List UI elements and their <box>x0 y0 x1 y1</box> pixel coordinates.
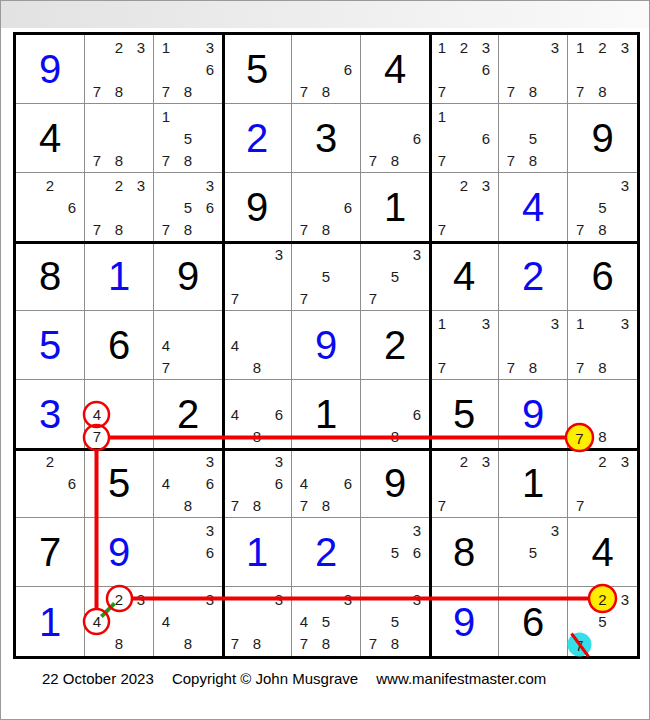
candidate-empty <box>522 519 544 541</box>
candidate-empty <box>522 105 544 127</box>
cell-r8c1[interactable]: 7 <box>16 518 85 587</box>
candidate-8: 8 <box>315 80 337 102</box>
candidate-empty <box>337 610 359 632</box>
candidate-empty <box>337 36 359 58</box>
candidate-empty <box>177 541 199 563</box>
pencil-marks: 3578 <box>362 588 428 655</box>
candidate-3: 3 <box>268 588 290 610</box>
pencil-marks: 678 <box>362 105 428 171</box>
candidate-empty <box>246 265 268 287</box>
solved-digit: 9 <box>315 325 337 365</box>
given-digit: 8 <box>39 256 61 296</box>
cell-r3c3[interactable]: 35678 <box>154 173 223 242</box>
cell-r6c4[interactable]: 468 <box>223 380 292 449</box>
cell-r2c9[interactable]: 9 <box>568 104 637 173</box>
pencil-marks: 12367 <box>431 36 497 102</box>
candidate-empty <box>199 127 221 149</box>
candidate-empty <box>199 563 221 585</box>
candidate-empty <box>86 196 108 218</box>
candidate-3: 3 <box>475 36 497 58</box>
candidate-8: 8 <box>108 80 130 102</box>
candidate-empty <box>406 633 428 655</box>
candidate-empty <box>362 381 384 403</box>
candidate-empty <box>362 541 384 563</box>
solved-digit: 3 <box>39 394 61 434</box>
candidate-5: 5 <box>384 610 406 632</box>
candidate-empty <box>614 610 636 632</box>
cell-r9c5[interactable]: 34578 <box>292 587 361 656</box>
cell-r4c2[interactable]: 1 <box>85 242 154 311</box>
cell-r1c4[interactable]: 5 <box>223 35 292 104</box>
candidate-5: 5 <box>177 127 199 149</box>
candidate-empty <box>108 105 130 127</box>
cell-r6c1[interactable]: 3 <box>16 380 85 449</box>
candidate-empty <box>544 127 566 149</box>
candidate-8: 8 <box>591 425 613 447</box>
pencil-marks: 237 <box>431 174 497 240</box>
pencil-marks: 348 <box>155 588 221 655</box>
candidate-empty <box>246 472 268 494</box>
cell-r5c6[interactable]: 2 <box>361 311 430 380</box>
cell-r2c2[interactable]: 78 <box>85 104 154 173</box>
pencil-marks: 4678 <box>293 450 359 516</box>
candidate-empty <box>86 58 108 80</box>
candidate-8: 8 <box>522 80 544 102</box>
candidate-empty <box>108 58 130 80</box>
candidate-empty <box>268 312 290 334</box>
candidate-empty <box>475 149 497 171</box>
candidate-empty <box>39 472 61 494</box>
candidate-3: 3 <box>130 36 152 58</box>
cell-r9c4[interactable]: 378 <box>223 587 292 656</box>
pencil-marks: 3468 <box>155 450 221 516</box>
candidate-3: 3 <box>268 450 290 472</box>
candidate-5: 5 <box>177 196 199 218</box>
cell-r8c8[interactable]: 35 <box>499 518 568 587</box>
cell-r8c6[interactable]: 356 <box>361 518 430 587</box>
candidate-6: 6 <box>337 58 359 80</box>
candidate-empty <box>569 196 591 218</box>
candidate-6: 6 <box>337 196 359 218</box>
cell-r4c5[interactable]: 57 <box>292 242 361 311</box>
candidate-empty <box>406 425 428 447</box>
candidate-3: 3 <box>544 312 566 334</box>
given-digit: 6 <box>591 256 613 296</box>
candidate-7: 7 <box>569 80 591 102</box>
cell-r6c8[interactable]: 9 <box>499 380 568 449</box>
cell-r5c4[interactable]: 48 <box>223 311 292 380</box>
candidate-empty <box>337 494 359 516</box>
cell-r1c8[interactable]: 378 <box>499 35 568 104</box>
candidate-4: 4 <box>293 610 315 632</box>
candidate-empty <box>614 403 636 425</box>
cell-r1c9[interactable]: 12378 <box>568 35 637 104</box>
candidate-7: 7 <box>224 287 246 309</box>
candidate-7: 7 <box>569 425 591 447</box>
candidate-empty <box>61 218 83 240</box>
candidate-empty <box>315 287 337 309</box>
cell-r9c7[interactable]: 9 <box>430 587 499 656</box>
candidate-empty <box>130 425 152 447</box>
candidate-5: 5 <box>591 610 613 632</box>
candidate-empty <box>199 312 221 334</box>
candidate-8: 8 <box>384 633 406 655</box>
given-digit: 5 <box>246 49 268 89</box>
candidate-8: 8 <box>246 356 268 378</box>
cell-r5c7[interactable]: 137 <box>430 311 499 380</box>
candidate-6: 6 <box>61 472 83 494</box>
candidate-6: 6 <box>406 403 428 425</box>
candidate-empty <box>293 450 315 472</box>
cell-r2c1[interactable]: 4 <box>16 104 85 173</box>
candidate-2: 2 <box>39 174 61 196</box>
cell-r3c6[interactable]: 1 <box>361 173 430 242</box>
pencil-marks: 47 <box>155 312 221 378</box>
cell-r4c7[interactable]: 4 <box>430 242 499 311</box>
given-digit: 2 <box>384 325 406 365</box>
candidate-empty <box>315 196 337 218</box>
candidate-7: 7 <box>569 356 591 378</box>
candidate-empty <box>199 218 221 240</box>
candidate-empty <box>246 287 268 309</box>
candidate-empty <box>453 312 475 334</box>
cell-r4c1[interactable]: 8 <box>16 242 85 311</box>
candidate-empty <box>224 588 246 610</box>
cell-r1c3[interactable]: 13678 <box>154 35 223 104</box>
cell-r4c9[interactable]: 6 <box>568 242 637 311</box>
candidate-empty <box>591 312 613 334</box>
candidate-empty <box>268 287 290 309</box>
candidate-empty <box>268 265 290 287</box>
candidate-6: 6 <box>337 472 359 494</box>
candidate-empty <box>500 36 522 58</box>
candidate-4: 4 <box>224 334 246 356</box>
footer-date: 22 October 2023 <box>42 670 154 687</box>
candidate-empty <box>86 127 108 149</box>
cell-r3c1[interactable]: 26 <box>16 173 85 242</box>
candidate-empty <box>453 218 475 240</box>
pencil-marks: 13678 <box>155 36 221 102</box>
pencil-marks: 356 <box>362 519 428 585</box>
candidate-empty <box>569 450 591 472</box>
cell-r4c3[interactable]: 9 <box>154 242 223 311</box>
given-digit: 7 <box>39 532 61 572</box>
cell-r5c5[interactable]: 9 <box>292 311 361 380</box>
cell-r2c7[interactable]: 167 <box>430 104 499 173</box>
candidate-empty <box>475 472 497 494</box>
cell-r4c6[interactable]: 357 <box>361 242 430 311</box>
cell-r3c8[interactable]: 4 <box>499 173 568 242</box>
candidate-3: 3 <box>614 588 636 610</box>
pencil-marks: 137 <box>431 312 497 378</box>
candidate-3: 3 <box>475 174 497 196</box>
solved-digit: 9 <box>108 532 130 572</box>
candidate-empty <box>61 174 83 196</box>
candidate-empty <box>108 196 130 218</box>
cell-r9c9[interactable]: 2357 <box>568 587 637 656</box>
cell-r1c2[interactable]: 2378 <box>85 35 154 104</box>
candidate-empty <box>362 588 384 610</box>
candidate-empty <box>500 519 522 541</box>
candidate-3: 3 <box>199 174 221 196</box>
candidate-3: 3 <box>614 36 636 58</box>
candidate-empty <box>591 472 613 494</box>
given-digit: 1 <box>384 187 406 227</box>
given-digit: 4 <box>591 532 613 572</box>
candidate-empty <box>246 312 268 334</box>
footer: 22 October 2023 Copyright © John Musgrav… <box>42 670 560 687</box>
candidate-empty <box>268 334 290 356</box>
cell-r9c1[interactable]: 1 <box>16 587 85 656</box>
cell-r3c5[interactable]: 678 <box>292 173 361 242</box>
candidate-empty <box>17 218 39 240</box>
candidate-empty <box>406 287 428 309</box>
given-digit: 9 <box>384 463 406 503</box>
candidate-empty <box>614 58 636 80</box>
candidate-2: 2 <box>453 174 475 196</box>
candidate-empty <box>453 494 475 516</box>
cell-r7c5[interactable]: 4678 <box>292 449 361 518</box>
cell-r7c2[interactable]: 5 <box>85 449 154 518</box>
candidate-empty <box>614 196 636 218</box>
candidate-8: 8 <box>177 494 199 516</box>
candidate-empty <box>224 243 246 265</box>
cell-r3c2[interactable]: 2378 <box>85 173 154 242</box>
cell-r8c4[interactable]: 1 <box>223 518 292 587</box>
cell-r5c2[interactable]: 6 <box>85 311 154 380</box>
cell-r3c7[interactable]: 237 <box>430 173 499 242</box>
cell-r4c8[interactable]: 2 <box>499 242 568 311</box>
candidate-empty <box>453 196 475 218</box>
cell-r8c2[interactable]: 9 <box>85 518 154 587</box>
cell-r3c9[interactable]: 3578 <box>568 173 637 242</box>
candidate-2: 2 <box>591 450 613 472</box>
candidate-empty <box>155 174 177 196</box>
given-digit: 3 <box>315 118 337 158</box>
cell-r6c5[interactable]: 1 <box>292 380 361 449</box>
candidate-8: 8 <box>177 80 199 102</box>
given-digit: 2 <box>177 394 199 434</box>
candidate-empty <box>130 610 152 632</box>
candidate-empty <box>268 633 290 655</box>
candidate-empty <box>199 610 221 632</box>
footer-website[interactable]: www.manifestmaster.com <box>376 670 546 687</box>
candidate-empty <box>268 381 290 403</box>
candidate-empty <box>39 494 61 516</box>
candidate-empty <box>384 519 406 541</box>
cell-r6c9[interactable]: 78 <box>568 380 637 449</box>
candidate-6: 6 <box>199 58 221 80</box>
candidate-6: 6 <box>61 196 83 218</box>
candidate-4: 4 <box>155 334 177 356</box>
candidate-empty <box>475 494 497 516</box>
candidate-empty <box>475 196 497 218</box>
candidate-1: 1 <box>431 312 453 334</box>
candidate-empty <box>362 105 384 127</box>
candidate-empty <box>86 105 108 127</box>
candidate-8: 8 <box>177 218 199 240</box>
cell-r6c7[interactable]: 5 <box>430 380 499 449</box>
cell-r1c5[interactable]: 678 <box>292 35 361 104</box>
candidate-empty <box>337 450 359 472</box>
cell-r5c8[interactable]: 378 <box>499 311 568 380</box>
candidate-empty <box>155 541 177 563</box>
cell-r7c6[interactable]: 9 <box>361 449 430 518</box>
candidate-empty <box>177 610 199 632</box>
candidate-8: 8 <box>315 633 337 655</box>
cell-r8c3[interactable]: 36 <box>154 518 223 587</box>
candidate-3: 3 <box>475 450 497 472</box>
candidate-3: 3 <box>406 588 428 610</box>
pencil-marks: 378 <box>500 36 566 102</box>
candidate-empty <box>246 381 268 403</box>
cell-r7c4[interactable]: 3678 <box>223 449 292 518</box>
pencil-marks: 378 <box>500 312 566 378</box>
candidate-6: 6 <box>199 472 221 494</box>
candidate-empty <box>569 588 591 610</box>
candidate-1: 1 <box>569 36 591 58</box>
candidate-7: 7 <box>86 218 108 240</box>
candidate-1: 1 <box>569 312 591 334</box>
cell-r9c2[interactable]: 2348 <box>85 587 154 656</box>
cell-r2c6[interactable]: 678 <box>361 104 430 173</box>
solved-digit: 1 <box>39 602 61 642</box>
candidate-empty <box>431 450 453 472</box>
candidate-empty <box>224 472 246 494</box>
candidate-7: 7 <box>500 149 522 171</box>
candidate-empty <box>544 541 566 563</box>
candidate-empty <box>569 472 591 494</box>
candidate-empty <box>384 105 406 127</box>
candidate-empty <box>475 334 497 356</box>
pencil-marks: 2348 <box>86 588 152 655</box>
pencil-marks: 167 <box>431 105 497 171</box>
candidate-empty <box>431 58 453 80</box>
pencil-marks: 1578 <box>155 105 221 171</box>
candidate-empty <box>155 494 177 516</box>
cell-r8c7[interactable]: 8 <box>430 518 499 587</box>
pencil-marks: 12378 <box>569 36 636 102</box>
candidate-empty <box>293 265 315 287</box>
given-digit: 9 <box>591 118 613 158</box>
candidate-5: 5 <box>384 541 406 563</box>
candidate-empty <box>614 494 636 516</box>
candidate-empty <box>86 381 108 403</box>
candidate-4: 4 <box>155 472 177 494</box>
candidate-empty <box>268 494 290 516</box>
candidate-empty <box>130 105 152 127</box>
candidate-6: 6 <box>475 127 497 149</box>
cell-r4c4[interactable]: 37 <box>223 242 292 311</box>
candidate-empty <box>199 334 221 356</box>
candidate-empty <box>591 334 613 356</box>
candidate-empty <box>544 149 566 171</box>
candidate-empty <box>130 218 152 240</box>
cell-r7c8[interactable]: 1 <box>499 449 568 518</box>
cell-r7c1[interactable]: 26 <box>16 449 85 518</box>
cell-r6c6[interactable]: 68 <box>361 380 430 449</box>
cell-r9c6[interactable]: 3578 <box>361 587 430 656</box>
candidate-empty <box>177 472 199 494</box>
candidate-empty <box>384 127 406 149</box>
candidate-empty <box>406 381 428 403</box>
solved-digit: 9 <box>522 394 544 434</box>
candidate-empty <box>130 127 152 149</box>
cell-r9c3[interactable]: 348 <box>154 587 223 656</box>
candidate-8: 8 <box>384 425 406 447</box>
cell-r8c9[interactable]: 4 <box>568 518 637 587</box>
cell-r1c6[interactable]: 4 <box>361 35 430 104</box>
candidate-empty <box>315 174 337 196</box>
pencil-marks: 357 <box>362 243 428 309</box>
pencil-marks: 678 <box>293 36 359 102</box>
cell-r6c2[interactable]: 47 <box>85 380 154 449</box>
candidate-8: 8 <box>177 633 199 655</box>
cell-r7c7[interactable]: 237 <box>430 449 499 518</box>
candidate-empty <box>384 243 406 265</box>
candidate-7: 7 <box>293 218 315 240</box>
candidate-empty <box>155 633 177 655</box>
candidate-7: 7 <box>431 149 453 171</box>
pencil-marks: 26 <box>17 174 83 240</box>
cell-r2c8[interactable]: 578 <box>499 104 568 173</box>
cell-r2c3[interactable]: 1578 <box>154 104 223 173</box>
pencil-marks: 1378 <box>569 312 636 378</box>
candidate-8: 8 <box>246 633 268 655</box>
candidate-empty <box>108 127 130 149</box>
cell-r3c4[interactable]: 9 <box>223 173 292 242</box>
candidate-empty <box>362 610 384 632</box>
candidate-7: 7 <box>155 80 177 102</box>
candidate-empty <box>17 450 39 472</box>
cell-r1c1[interactable]: 9 <box>16 35 85 104</box>
candidate-7: 7 <box>431 356 453 378</box>
candidate-empty <box>614 334 636 356</box>
cell-r7c9[interactable]: 237 <box>568 449 637 518</box>
cell-r2c4[interactable]: 2 <box>223 104 292 173</box>
candidate-empty <box>337 174 359 196</box>
candidate-1: 1 <box>155 36 177 58</box>
candidate-8: 8 <box>246 425 268 447</box>
candidate-empty <box>130 381 152 403</box>
solved-digit: 1 <box>246 532 268 572</box>
cell-r1c7[interactable]: 12367 <box>430 35 499 104</box>
candidate-6: 6 <box>406 541 428 563</box>
candidate-7: 7 <box>86 425 108 447</box>
candidate-empty <box>569 610 591 632</box>
given-digit: 1 <box>315 394 337 434</box>
pencil-marks: 78 <box>86 105 152 171</box>
candidate-7: 7 <box>431 494 453 516</box>
candidate-empty <box>431 472 453 494</box>
cell-r9c8[interactable]: 6 <box>499 587 568 656</box>
solved-digit: 2 <box>246 118 268 158</box>
cell-r8c5[interactable]: 2 <box>292 518 361 587</box>
cell-r2c5[interactable]: 3 <box>292 104 361 173</box>
cell-r5c9[interactable]: 1378 <box>568 311 637 380</box>
pencil-marks: 678 <box>293 174 359 240</box>
cell-r6c3[interactable]: 2 <box>154 380 223 449</box>
candidate-empty <box>199 149 221 171</box>
cell-r7c3[interactable]: 3468 <box>154 449 223 518</box>
cell-r5c3[interactable]: 47 <box>154 311 223 380</box>
candidate-empty <box>268 356 290 378</box>
candidate-empty <box>614 381 636 403</box>
candidate-empty <box>155 563 177 585</box>
candidate-empty <box>155 58 177 80</box>
candidate-empty <box>315 450 337 472</box>
cell-r5c1[interactable]: 5 <box>16 311 85 380</box>
